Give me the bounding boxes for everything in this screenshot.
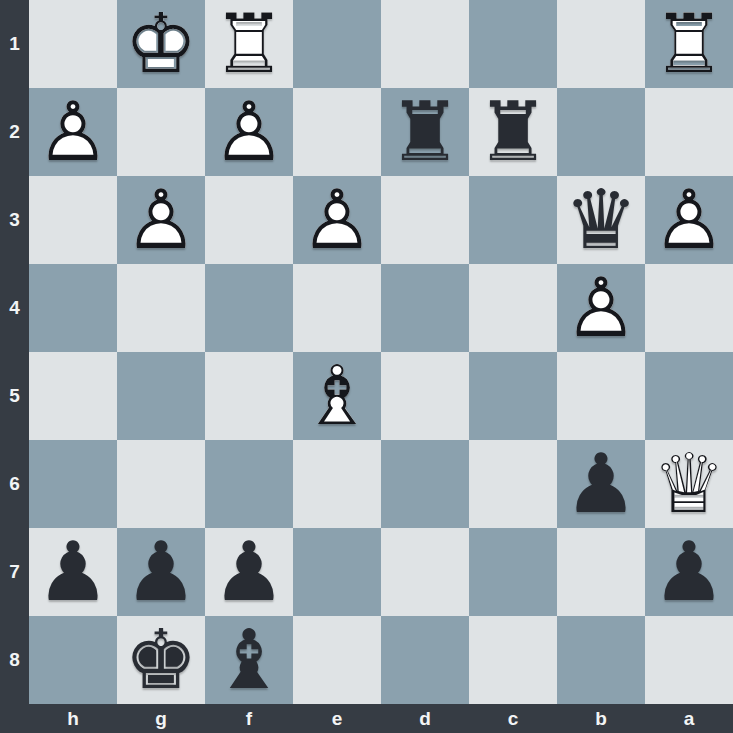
square-d2[interactable]: ♜ bbox=[381, 88, 469, 176]
rank-label-1: 1 bbox=[0, 0, 29, 88]
square-d7[interactable] bbox=[381, 528, 469, 616]
square-a5[interactable] bbox=[645, 352, 733, 440]
square-c6[interactable] bbox=[469, 440, 557, 528]
black-king-icon: ♚ bbox=[117, 616, 205, 704]
piece-white-pawn[interactable]: ♟♙ bbox=[293, 176, 381, 264]
rank-label-8: 8 bbox=[0, 616, 29, 704]
white-pawn-outline-icon: ♙ bbox=[293, 176, 381, 264]
piece-black-rook[interactable]: ♜ bbox=[381, 88, 469, 176]
rank-label-7: 7 bbox=[0, 528, 29, 616]
black-queen-icon: ♛ bbox=[557, 176, 645, 264]
piece-white-pawn[interactable]: ♟♙ bbox=[117, 176, 205, 264]
square-d5[interactable] bbox=[381, 352, 469, 440]
square-h1[interactable] bbox=[29, 0, 117, 88]
square-d4[interactable] bbox=[381, 264, 469, 352]
file-label-d: d bbox=[381, 704, 469, 733]
square-b5[interactable] bbox=[557, 352, 645, 440]
square-c1[interactable] bbox=[469, 0, 557, 88]
square-h4[interactable] bbox=[29, 264, 117, 352]
piece-black-king[interactable]: ♚ bbox=[117, 616, 205, 704]
rank-label-6: 6 bbox=[0, 440, 29, 528]
rank-label-3: 3 bbox=[0, 176, 29, 264]
square-c4[interactable] bbox=[469, 264, 557, 352]
black-pawn-icon: ♟ bbox=[645, 528, 733, 616]
square-b2[interactable] bbox=[557, 88, 645, 176]
square-a6[interactable]: ♛♕ bbox=[645, 440, 733, 528]
file-label-g: g bbox=[117, 704, 205, 733]
square-f4[interactable] bbox=[205, 264, 293, 352]
piece-black-bishop[interactable]: ♝ bbox=[205, 616, 293, 704]
square-f3[interactable] bbox=[205, 176, 293, 264]
piece-black-pawn[interactable]: ♟ bbox=[29, 528, 117, 616]
piece-black-pawn[interactable]: ♟ bbox=[205, 528, 293, 616]
white-pawn-outline-icon: ♙ bbox=[645, 176, 733, 264]
square-e8[interactable] bbox=[293, 616, 381, 704]
square-a7[interactable]: ♟ bbox=[645, 528, 733, 616]
white-rook-outline-icon: ♖ bbox=[205, 0, 293, 88]
white-bishop-outline-icon: ♗ bbox=[293, 352, 381, 440]
piece-black-pawn[interactable]: ♟ bbox=[645, 528, 733, 616]
piece-white-bishop[interactable]: ♝♗ bbox=[293, 352, 381, 440]
square-e7[interactable] bbox=[293, 528, 381, 616]
square-c8[interactable] bbox=[469, 616, 557, 704]
square-f7[interactable]: ♟ bbox=[205, 528, 293, 616]
square-c7[interactable] bbox=[469, 528, 557, 616]
piece-white-queen[interactable]: ♛♕ bbox=[645, 440, 733, 528]
black-pawn-icon: ♟ bbox=[29, 528, 117, 616]
rank-label-4: 4 bbox=[0, 264, 29, 352]
white-pawn-outline-icon: ♙ bbox=[557, 264, 645, 352]
piece-white-rook[interactable]: ♜♖ bbox=[645, 0, 733, 88]
square-e5[interactable]: ♝♗ bbox=[293, 352, 381, 440]
square-b3[interactable]: ♛ bbox=[557, 176, 645, 264]
file-label-h: h bbox=[29, 704, 117, 733]
square-g5[interactable] bbox=[117, 352, 205, 440]
piece-white-pawn[interactable]: ♟♙ bbox=[29, 88, 117, 176]
piece-black-queen[interactable]: ♛ bbox=[557, 176, 645, 264]
square-c5[interactable] bbox=[469, 352, 557, 440]
square-g4[interactable] bbox=[117, 264, 205, 352]
square-a8[interactable] bbox=[645, 616, 733, 704]
file-label-b: b bbox=[557, 704, 645, 733]
square-b7[interactable] bbox=[557, 528, 645, 616]
square-g1[interactable]: ♚♔ bbox=[117, 0, 205, 88]
square-b8[interactable] bbox=[557, 616, 645, 704]
square-f1[interactable]: ♜♖ bbox=[205, 0, 293, 88]
piece-white-king[interactable]: ♚♔ bbox=[117, 0, 205, 88]
white-queen-outline-icon: ♕ bbox=[645, 440, 733, 528]
file-label-f: f bbox=[205, 704, 293, 733]
file-labels: hgfedcba bbox=[29, 704, 733, 733]
white-pawn-outline-icon: ♙ bbox=[29, 88, 117, 176]
piece-white-pawn[interactable]: ♟♙ bbox=[557, 264, 645, 352]
white-king-outline-icon: ♔ bbox=[117, 0, 205, 88]
black-rook-icon: ♜ bbox=[381, 88, 469, 176]
square-e4[interactable] bbox=[293, 264, 381, 352]
square-b4[interactable]: ♟♙ bbox=[557, 264, 645, 352]
square-h2[interactable]: ♟♙ bbox=[29, 88, 117, 176]
square-h5[interactable] bbox=[29, 352, 117, 440]
chess-board-frame: 12345678 ♚♔♜♖♜♖♟♙♟♙♜♜♟♙♟♙♛♟♙♟♙♝♗♟♛♕♟♟♟♟♚… bbox=[0, 0, 733, 733]
square-e2[interactable] bbox=[293, 88, 381, 176]
square-b1[interactable] bbox=[557, 0, 645, 88]
black-pawn-icon: ♟ bbox=[205, 528, 293, 616]
square-g6[interactable] bbox=[117, 440, 205, 528]
square-g7[interactable]: ♟ bbox=[117, 528, 205, 616]
piece-white-rook[interactable]: ♜♖ bbox=[205, 0, 293, 88]
square-g2[interactable] bbox=[117, 88, 205, 176]
square-h8[interactable] bbox=[29, 616, 117, 704]
square-e6[interactable] bbox=[293, 440, 381, 528]
square-h6[interactable] bbox=[29, 440, 117, 528]
piece-black-pawn[interactable]: ♟ bbox=[557, 440, 645, 528]
square-e3[interactable]: ♟♙ bbox=[293, 176, 381, 264]
white-rook-outline-icon: ♖ bbox=[645, 0, 733, 88]
piece-black-pawn[interactable]: ♟ bbox=[117, 528, 205, 616]
square-h3[interactable] bbox=[29, 176, 117, 264]
file-label-a: a bbox=[645, 704, 733, 733]
square-f5[interactable] bbox=[205, 352, 293, 440]
black-bishop-icon: ♝ bbox=[205, 616, 293, 704]
piece-white-pawn[interactable]: ♟♙ bbox=[645, 176, 733, 264]
square-g8[interactable]: ♚ bbox=[117, 616, 205, 704]
square-a4[interactable] bbox=[645, 264, 733, 352]
white-pawn-outline-icon: ♙ bbox=[205, 88, 293, 176]
square-a3[interactable]: ♟♙ bbox=[645, 176, 733, 264]
file-label-e: e bbox=[293, 704, 381, 733]
piece-black-rook[interactable]: ♜ bbox=[469, 88, 557, 176]
square-d8[interactable] bbox=[381, 616, 469, 704]
square-f2[interactable]: ♟♙ bbox=[205, 88, 293, 176]
square-d1[interactable] bbox=[381, 0, 469, 88]
square-a2[interactable] bbox=[645, 88, 733, 176]
square-h7[interactable]: ♟ bbox=[29, 528, 117, 616]
square-e1[interactable] bbox=[293, 0, 381, 88]
square-d6[interactable] bbox=[381, 440, 469, 528]
square-b6[interactable]: ♟ bbox=[557, 440, 645, 528]
square-a1[interactable]: ♜♖ bbox=[645, 0, 733, 88]
file-label-c: c bbox=[469, 704, 557, 733]
white-pawn-outline-icon: ♙ bbox=[117, 176, 205, 264]
rank-labels: 12345678 bbox=[0, 0, 29, 704]
chess-board[interactable]: ♚♔♜♖♜♖♟♙♟♙♜♜♟♙♟♙♛♟♙♟♙♝♗♟♛♕♟♟♟♟♚♝ bbox=[29, 0, 733, 704]
square-c3[interactable] bbox=[469, 176, 557, 264]
square-c2[interactable]: ♜ bbox=[469, 88, 557, 176]
black-pawn-icon: ♟ bbox=[117, 528, 205, 616]
rank-label-5: 5 bbox=[0, 352, 29, 440]
black-rook-icon: ♜ bbox=[469, 88, 557, 176]
rank-label-2: 2 bbox=[0, 88, 29, 176]
square-f6[interactable] bbox=[205, 440, 293, 528]
square-d3[interactable] bbox=[381, 176, 469, 264]
piece-white-pawn[interactable]: ♟♙ bbox=[205, 88, 293, 176]
square-g3[interactable]: ♟♙ bbox=[117, 176, 205, 264]
square-f8[interactable]: ♝ bbox=[205, 616, 293, 704]
black-pawn-icon: ♟ bbox=[557, 440, 645, 528]
